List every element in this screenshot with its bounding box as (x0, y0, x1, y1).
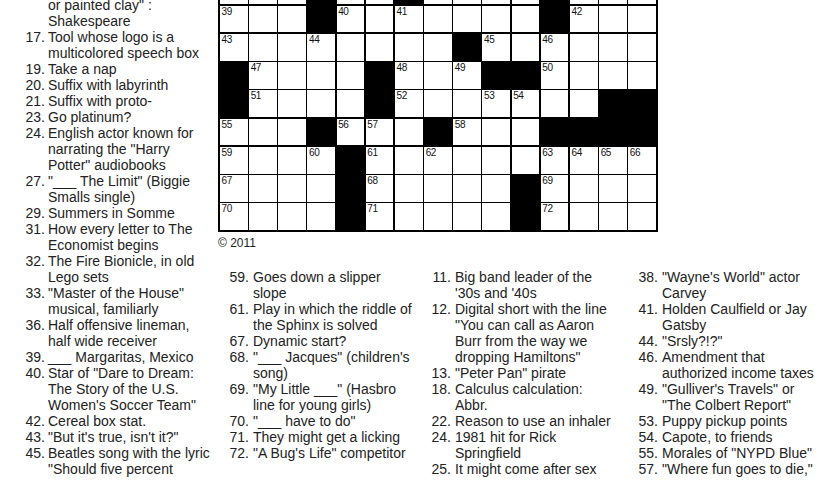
clue-text: Big band leader of the '30s and '40s (455, 269, 592, 301)
grid-cell (453, 147, 481, 174)
clue-text: Go platinum? (48, 109, 131, 125)
clue-text: Beatles song with the lyric "Should five… (48, 445, 210, 477)
clue-text: "Wayne's World" actor Carvey (662, 269, 800, 301)
grid-cell-black (307, 119, 335, 146)
grid-cell: 58 (453, 119, 481, 146)
cell-number: 63 (542, 147, 552, 158)
clue-item: 40.Star of "Dare to Dream: The Story of … (25, 365, 222, 413)
grid-cell-black (628, 90, 656, 117)
cell-number: 59 (222, 147, 232, 158)
grid-cell: 72 (541, 203, 569, 230)
cell-number: 44 (309, 34, 319, 45)
cell-number: 71 (367, 203, 377, 214)
grid-cell (337, 34, 365, 61)
clue-item: 42.Cereal box stat. (25, 413, 222, 429)
clue-number: 72. (228, 445, 249, 461)
grid-cell (220, 0, 248, 4)
grid-cell (453, 0, 481, 4)
grid-cell (278, 147, 306, 174)
clue-item: 25.It might come after sex (430, 461, 630, 477)
grid-cell (512, 0, 540, 4)
grid-cell: 43 (220, 34, 248, 61)
grid-cell (570, 34, 598, 61)
grid-cell (482, 147, 510, 174)
clue-text: or painted clay" : Shakespeare (48, 0, 152, 29)
clue-item: 32.The Fire Bionicle, in old Lego sets (25, 253, 222, 285)
clue-text: "Peter Pan" pirate (455, 365, 566, 381)
clue-number: 39. (25, 349, 45, 365)
clue-number: 41. (637, 301, 658, 317)
grid-cell (570, 175, 598, 202)
clue-text: "Master of the House" musical, familiarl… (48, 285, 184, 317)
grid-cell (628, 0, 656, 4)
clue-text: It might come after sex (455, 461, 597, 477)
grid-cell: 52 (395, 90, 423, 117)
grid-cell (307, 62, 335, 89)
clue-text: Reason to use an inhaler (455, 413, 611, 429)
grid-cell: 60 (307, 147, 335, 174)
grid-cell: 65 (599, 147, 627, 174)
grid-cell: 55 (220, 119, 248, 146)
grid-cell: 41 (395, 6, 423, 33)
clue-number: 68. (228, 349, 249, 365)
clue-number: 18. (430, 381, 451, 397)
grid-cell (482, 6, 510, 33)
grid-cell (424, 62, 452, 89)
grid-cell-black (541, 0, 569, 4)
clue-text: "Gulliver's Travels" or "The Colbert Rep… (662, 381, 794, 413)
cell-number: 51 (251, 90, 261, 101)
grid-cell (278, 119, 306, 146)
grid-cell (424, 0, 452, 4)
grid-cell (482, 175, 510, 202)
clue-text: Summers in Somme (48, 205, 175, 221)
clue-item: 71.They might get a licking (228, 429, 428, 445)
grid-cell: 67 (220, 175, 248, 202)
cell-number: 40 (338, 6, 348, 17)
cell-number: 66 (630, 147, 640, 158)
grid-cell (628, 34, 656, 61)
grid-cell-black (512, 62, 540, 89)
grid-cell-black (541, 6, 569, 33)
clue-text: "My Little ___" (Hasbro line for young g… (253, 381, 396, 413)
clue-item: 38."Wayne's World" actor Carvey (637, 269, 837, 301)
clue-number: 24. (430, 429, 451, 445)
grid-cell (249, 203, 277, 230)
grid-cell-black (220, 90, 248, 117)
clue-text: How every letter to The Economist begins (48, 221, 192, 253)
clue-item: 29.Summers in Somme (25, 205, 222, 221)
clue-item: 13."Peter Pan" pirate (430, 365, 630, 381)
clue-item: 18.Calculus calculation: Abbr. (430, 381, 630, 413)
grid-cell (599, 6, 627, 33)
clue-text: Tool whose logo is a multicolored speech… (48, 29, 199, 61)
clue-text: "A Bug's Life" competitor (253, 445, 406, 461)
grid-cell (482, 0, 510, 4)
clue-item: 22.Reason to use an inhaler (430, 413, 630, 429)
grid-cell-black (599, 119, 627, 146)
clue-item: 20.Suffix with labyrinth (25, 77, 222, 93)
clue-number: 21. (25, 93, 45, 109)
grid-cell (249, 6, 277, 33)
grid-cell (541, 90, 569, 117)
clue-item: 27."___ The Limit" (Biggie Smalls single… (25, 173, 222, 205)
grid-cell (424, 175, 452, 202)
grid-cell (628, 62, 656, 89)
grid-cell (249, 34, 277, 61)
grid-cell (278, 0, 306, 4)
grid-cell (307, 175, 335, 202)
grid-cell-black (337, 203, 365, 230)
grid-cell (599, 0, 627, 4)
cell-number: 68 (367, 175, 377, 186)
grid-cell (570, 0, 598, 4)
grid-cell (512, 34, 540, 61)
cell-number: 53 (484, 90, 494, 101)
clue-text: Amendment that authorized income taxes (662, 349, 814, 381)
grid-cell: 49 (453, 62, 481, 89)
cell-number: 45 (484, 34, 494, 45)
clue-text: Capote, to friends (662, 429, 773, 445)
cell-number: 46 (542, 34, 552, 45)
crossword-grid: 3940414243444546474849505152535455565758… (218, 0, 658, 232)
clue-text: Puppy pickup points (662, 413, 787, 429)
grid-cell: 48 (395, 62, 423, 89)
cell-number: 65 (601, 147, 611, 158)
clue-number: 11. (430, 269, 451, 285)
grid-cell-black (366, 62, 394, 89)
cell-number: 60 (309, 147, 319, 158)
cell-number: 52 (396, 90, 406, 101)
grid-cell (599, 34, 627, 61)
clue-number: 61. (228, 301, 249, 317)
grid-cell (395, 119, 423, 146)
cell-number: 58 (455, 119, 465, 130)
clue-item: 31.How every letter to The Economist beg… (25, 221, 222, 253)
grid-cell (424, 6, 452, 33)
grid-cell-black (512, 175, 540, 202)
clue-text: Take a nap (48, 61, 117, 77)
grid-cell: 61 (366, 147, 394, 174)
cell-number: 50 (542, 62, 552, 73)
clue-text: "___ The Limit" (Biggie Smalls single) (48, 173, 190, 205)
grid-cell (278, 175, 306, 202)
clue-number: 25. (430, 461, 451, 477)
grid-cell: 64 (570, 147, 598, 174)
grid-cell (628, 6, 656, 33)
clue-list-bottom-1: 59.Goes down a slipper slope61.Play in w… (228, 269, 428, 461)
grid-cell-black (307, 6, 335, 33)
clue-text: "Where fun goes to die," (662, 461, 813, 477)
clue-number: 22. (430, 413, 451, 429)
clue-item: or painted clay" : Shakespeare (25, 0, 222, 29)
cell-number: 61 (367, 147, 377, 158)
clue-text: Suffix with labyrinth (48, 77, 168, 93)
grid-cell (337, 0, 365, 4)
clue-text: Dynamic start? (253, 333, 346, 349)
clue-list-bottom-3: 38."Wayne's World" actor Carvey41.Holden… (637, 269, 837, 477)
clue-item: 70."___ have to do" (228, 413, 428, 429)
grid-cell (395, 175, 423, 202)
clue-item: 53.Puppy pickup points (637, 413, 837, 429)
clue-text: English actor known for narrating the "H… (48, 125, 194, 173)
grid-cell-black (337, 175, 365, 202)
grid-cell (395, 34, 423, 61)
grid-cell (278, 62, 306, 89)
copyright-notice: © 2011 (218, 236, 256, 250)
grid-cell: 51 (249, 90, 277, 117)
clue-item: 59.Goes down a slipper slope (228, 269, 428, 301)
clue-list-bottom-2: 11.Big band leader of the '30s and '40s1… (430, 269, 630, 477)
clue-text: Star of "Dare to Dream: The Story of the… (48, 365, 196, 413)
clue-number: 59. (228, 269, 249, 285)
grid-cell (395, 203, 423, 230)
clue-item: 46.Amendment that authorized income taxe… (637, 349, 837, 381)
grid-cell (424, 90, 452, 117)
clue-number: 40. (25, 365, 45, 381)
grid-cell (278, 90, 306, 117)
clue-text: "Srsly?!?" (662, 333, 723, 349)
clue-number: 24. (25, 125, 45, 141)
clue-text: Digital short with the line "You can cal… (455, 301, 607, 365)
grid-cell (628, 203, 656, 230)
clue-number: 19. (25, 61, 45, 77)
grid-cell (482, 203, 510, 230)
grid-cell (512, 6, 540, 33)
grid-cell (512, 119, 540, 146)
clue-item: 68."___ Jacques" (children's song) (228, 349, 428, 381)
clue-number: 55. (637, 445, 658, 461)
grid-cell (366, 34, 394, 61)
grid-cell: 44 (307, 34, 335, 61)
grid-cell (366, 0, 394, 4)
cell-number: 72 (542, 203, 552, 214)
clue-number: 23. (25, 109, 45, 125)
grid-cell-black (366, 90, 394, 117)
grid-cell (599, 175, 627, 202)
clue-text: ___ Margaritas, Mexico (48, 349, 194, 365)
grid-cell-black (628, 119, 656, 146)
clue-item: 49."Gulliver's Travels" or "The Colbert … (637, 381, 837, 413)
clue-item: 24.English actor known for narrating the… (25, 125, 222, 173)
clue-text: "___ have to do" (253, 413, 356, 429)
grid-cell: 69 (541, 175, 569, 202)
grid-cell (512, 147, 540, 174)
cell-number: 62 (426, 147, 436, 158)
clue-list-left: or painted clay" : Shakespeare17.Tool wh… (25, 0, 222, 477)
cell-number: 69 (542, 175, 552, 186)
grid-cell: 53 (482, 90, 510, 117)
clue-text: Play in which the riddle of the Sphinx i… (253, 301, 412, 333)
clue-number: 54. (637, 429, 658, 445)
grid-cell: 66 (628, 147, 656, 174)
cell-number: 41 (396, 6, 406, 17)
clue-item: 67.Dynamic start? (228, 333, 428, 349)
grid-cell: 62 (424, 147, 452, 174)
grid-cell (249, 147, 277, 174)
clue-number: 29. (25, 205, 45, 221)
grid-cell-black (570, 119, 598, 146)
clue-text: Cereal box stat. (48, 413, 146, 429)
grid-cell: 42 (570, 6, 598, 33)
grid-cell (395, 147, 423, 174)
clue-text: Half offensive lineman, half wide receiv… (48, 317, 189, 349)
grid-cell (249, 119, 277, 146)
cell-number: 48 (396, 62, 406, 73)
grid-cell-black (541, 119, 569, 146)
cell-number: 70 (222, 203, 232, 214)
clue-item: 72."A Bug's Life" competitor (228, 445, 428, 461)
clue-number: 42. (25, 413, 45, 429)
clue-item: 23.Go platinum? (25, 109, 222, 125)
clue-item: 24.1981 hit for Rick Springfield (430, 429, 630, 461)
grid-cell: 40 (337, 6, 365, 33)
clue-number: 70. (228, 413, 249, 429)
clue-text: Goes down a slipper slope (253, 269, 381, 301)
grid-cell: 71 (366, 203, 394, 230)
clue-item: 39.___ Margaritas, Mexico (25, 349, 222, 365)
grid-cell-black (482, 62, 510, 89)
grid-cell: 50 (541, 62, 569, 89)
clue-text: "But it's true, isn't it?" (48, 429, 178, 445)
grid-cell (482, 119, 510, 146)
clue-number: 32. (25, 253, 45, 269)
clue-text: Suffix with proto- (48, 93, 152, 109)
clue-number: 36. (25, 317, 45, 333)
clue-text: "___ Jacques" (children's song) (253, 349, 410, 381)
clue-item: 19.Take a nap (25, 61, 222, 77)
grid-cell-black (307, 0, 335, 4)
cell-number: 56 (338, 119, 348, 130)
clue-number: 27. (25, 173, 45, 189)
clue-item: 12.Digital short with the line "You can … (430, 301, 630, 365)
clue-item: 21.Suffix with proto- (25, 93, 222, 109)
clue-number: 57. (637, 461, 658, 477)
grid-cell (337, 90, 365, 117)
cell-number: 54 (513, 90, 523, 101)
grid-cell-black (424, 119, 452, 146)
grid-cell (570, 90, 598, 117)
clue-text: Morales of "NYPD Blue" (662, 445, 812, 461)
grid-cell (453, 175, 481, 202)
clue-item: 45.Beatles song with the lyric "Should f… (25, 445, 222, 477)
grid-cell: 70 (220, 203, 248, 230)
grid-cell (278, 6, 306, 33)
grid-cell: 45 (482, 34, 510, 61)
grid-cell (570, 203, 598, 230)
cell-number: 49 (455, 62, 465, 73)
clue-item: 11.Big band leader of the '30s and '40s (430, 269, 630, 301)
grid-cell-black (599, 90, 627, 117)
grid-cell (337, 62, 365, 89)
grid-cell-black (453, 34, 481, 61)
clue-number: 71. (228, 429, 249, 445)
grid-cell (570, 62, 598, 89)
clue-number: 46. (637, 349, 658, 365)
clue-text: 1981 hit for Rick Springfield (455, 429, 556, 461)
clue-number: 31. (25, 221, 45, 237)
grid-cell: 54 (512, 90, 540, 117)
grid-cell (453, 203, 481, 230)
clue-number: 17. (25, 29, 45, 45)
grid-cell: 56 (337, 119, 365, 146)
clue-text: They might get a licking (253, 429, 400, 445)
cell-number: 42 (571, 6, 581, 17)
clue-number: 45. (25, 445, 45, 461)
clue-number: 13. (430, 365, 451, 381)
grid-cell-black (395, 0, 423, 4)
grid-cell: 47 (249, 62, 277, 89)
grid-cell: 59 (220, 147, 248, 174)
grid-cell: 57 (366, 119, 394, 146)
cell-number: 47 (251, 62, 261, 73)
grid-cell (599, 62, 627, 89)
cell-number: 57 (367, 119, 377, 130)
clue-item: 54.Capote, to friends (637, 429, 837, 445)
clue-number: 43. (25, 429, 45, 445)
clue-number: 67. (228, 333, 249, 349)
grid-cell (628, 175, 656, 202)
clue-number: 12. (430, 301, 451, 317)
cell-number: 43 (222, 34, 232, 45)
clue-number: 20. (25, 77, 45, 93)
grid-cell (249, 0, 277, 4)
grid-cell (453, 6, 481, 33)
grid-cell-black (220, 62, 248, 89)
clue-item: 36.Half offensive lineman, half wide rec… (25, 317, 222, 349)
grid-cell (599, 203, 627, 230)
clue-number: 49. (637, 381, 658, 397)
clue-text: The Fire Bionicle, in old Lego sets (48, 253, 194, 285)
clue-item: 43."But it's true, isn't it?" (25, 429, 222, 445)
clue-item: 57."Where fun goes to die," (637, 461, 837, 477)
grid-cell (249, 175, 277, 202)
cell-number: 55 (222, 119, 232, 130)
grid-cell: 39 (220, 6, 248, 33)
grid-cell (278, 203, 306, 230)
clue-number: 33. (25, 285, 45, 301)
clue-item: 33."Master of the House" musical, famili… (25, 285, 222, 317)
grid-cell-black (512, 203, 540, 230)
clue-number: 44. (637, 333, 658, 349)
clue-item: 61.Play in which the riddle of the Sphin… (228, 301, 428, 333)
grid-cell-black (337, 147, 365, 174)
clue-text: Holden Caulfield or Jay Gatsby (662, 301, 807, 333)
grid-cell (366, 6, 394, 33)
grid-cell (424, 203, 452, 230)
grid-cell (278, 34, 306, 61)
grid-cell (453, 90, 481, 117)
clue-text: Calculus calculation: Abbr. (455, 381, 583, 413)
grid-cell (307, 90, 335, 117)
grid-cell (307, 203, 335, 230)
cell-number: 39 (222, 6, 232, 17)
clue-number: 38. (637, 269, 658, 285)
cell-number: 64 (571, 147, 581, 158)
grid-cell: 46 (541, 34, 569, 61)
clue-item: 17.Tool whose logo is a multicolored spe… (25, 29, 222, 61)
cell-number: 67 (222, 175, 232, 186)
clue-number: 69. (228, 381, 249, 397)
clue-item: 55.Morales of "NYPD Blue" (637, 445, 837, 461)
clue-item: 69."My Little ___" (Hasbro line for youn… (228, 381, 428, 413)
grid-cell: 63 (541, 147, 569, 174)
clue-number: 53. (637, 413, 658, 429)
grid-cell: 68 (366, 175, 394, 202)
clue-item: 44."Srsly?!?" (637, 333, 837, 349)
clue-item: 41.Holden Caulfield or Jay Gatsby (637, 301, 837, 333)
grid-cell (424, 34, 452, 61)
